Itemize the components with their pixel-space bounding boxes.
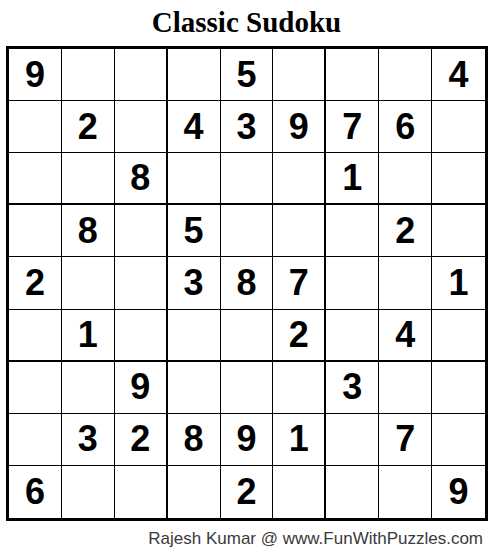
- cell-r2c2: 2: [62, 101, 115, 153]
- cell-r3c8: [379, 153, 432, 205]
- cell-r8c1: [9, 414, 62, 466]
- cell-r5c2: [62, 257, 115, 309]
- cell-r1c9: 4: [432, 49, 485, 101]
- cell-r3c1: [9, 153, 62, 205]
- cell-r9c5: 2: [221, 466, 274, 518]
- cell-r7c2: [62, 362, 115, 414]
- cell-r8c7: [326, 414, 379, 466]
- cell-r5c9: 1: [432, 257, 485, 309]
- cell-r7c3: 9: [115, 362, 168, 414]
- cell-r4c9: [432, 205, 485, 257]
- cell-r4c6: [273, 205, 326, 257]
- cell-r4c8: 2: [379, 205, 432, 257]
- cell-r6c6: 2: [273, 310, 326, 362]
- cell-r6c9: [432, 310, 485, 362]
- cell-r6c7: [326, 310, 379, 362]
- cell-r2c9: [432, 101, 485, 153]
- cell-r7c6: [273, 362, 326, 414]
- cell-r4c1: [9, 205, 62, 257]
- credit-text: Rajesh Kumar @ www.FunWithPuzzles.com: [0, 529, 483, 549]
- cell-r3c9: [432, 153, 485, 205]
- cell-r2c1: [9, 101, 62, 153]
- cell-r9c9: 9: [432, 466, 485, 518]
- cell-r6c4: [168, 310, 221, 362]
- cell-r6c3: [115, 310, 168, 362]
- cell-r7c5: [221, 362, 274, 414]
- cell-r9c7: [326, 466, 379, 518]
- cell-r2c5: 3: [221, 101, 274, 153]
- cell-r7c1: [9, 362, 62, 414]
- cell-r2c3: [115, 101, 168, 153]
- cell-r7c9: [432, 362, 485, 414]
- cell-r3c6: [273, 153, 326, 205]
- cell-r2c7: 7: [326, 101, 379, 153]
- cell-r3c4: [168, 153, 221, 205]
- cell-r5c6: 7: [273, 257, 326, 309]
- cell-r3c2: [62, 153, 115, 205]
- cell-r4c4: 5: [168, 205, 221, 257]
- cell-r6c8: 4: [379, 310, 432, 362]
- cell-r1c2: [62, 49, 115, 101]
- cell-r9c3: [115, 466, 168, 518]
- cell-r8c8: 7: [379, 414, 432, 466]
- cell-r1c3: [115, 49, 168, 101]
- cell-r8c2: 3: [62, 414, 115, 466]
- cell-r6c2: 1: [62, 310, 115, 362]
- cell-r1c5: 5: [221, 49, 274, 101]
- cell-r1c7: [326, 49, 379, 101]
- cell-r2c4: 4: [168, 101, 221, 153]
- cell-r3c7: 1: [326, 153, 379, 205]
- cell-r8c4: 8: [168, 414, 221, 466]
- cell-r8c9: [432, 414, 485, 466]
- cell-r5c8: [379, 257, 432, 309]
- puzzle-title: Classic Sudoku: [0, 2, 493, 42]
- cell-r7c8: [379, 362, 432, 414]
- cell-r1c1: 9: [9, 49, 62, 101]
- cell-r4c7: [326, 205, 379, 257]
- cell-r6c1: [9, 310, 62, 362]
- cell-r1c4: [168, 49, 221, 101]
- cell-r9c8: [379, 466, 432, 518]
- sudoku-page: Classic Sudoku 9542439768185223871124933…: [0, 0, 493, 558]
- cell-r5c1: 2: [9, 257, 62, 309]
- cell-r7c7: 3: [326, 362, 379, 414]
- cell-r9c1: 6: [9, 466, 62, 518]
- sudoku-board: 954243976818522387112493328917629: [6, 46, 488, 521]
- cell-r9c2: [62, 466, 115, 518]
- cell-r6c5: [221, 310, 274, 362]
- cell-r8c5: 9: [221, 414, 274, 466]
- cell-r5c5: 8: [221, 257, 274, 309]
- cell-r4c2: 8: [62, 205, 115, 257]
- cell-r9c4: [168, 466, 221, 518]
- cell-r1c8: [379, 49, 432, 101]
- cell-r8c3: 2: [115, 414, 168, 466]
- cell-r4c3: [115, 205, 168, 257]
- cell-r1c6: [273, 49, 326, 101]
- cell-r5c7: [326, 257, 379, 309]
- cell-r9c6: [273, 466, 326, 518]
- cell-r7c4: [168, 362, 221, 414]
- cell-r5c4: 3: [168, 257, 221, 309]
- cell-r3c5: [221, 153, 274, 205]
- cell-r4c5: [221, 205, 274, 257]
- cell-r2c8: 6: [379, 101, 432, 153]
- cell-r8c6: 1: [273, 414, 326, 466]
- cell-r3c3: 8: [115, 153, 168, 205]
- cell-r5c3: [115, 257, 168, 309]
- cell-r2c6: 9: [273, 101, 326, 153]
